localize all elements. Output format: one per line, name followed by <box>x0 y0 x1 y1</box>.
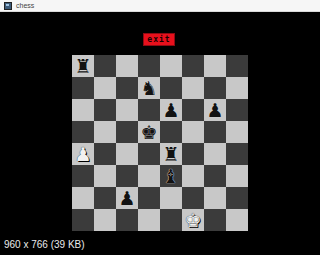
square-h3[interactable] <box>226 165 248 187</box>
square-c1[interactable] <box>116 209 138 231</box>
square-e2[interactable] <box>160 187 182 209</box>
square-a4[interactable]: ♟ <box>72 143 94 165</box>
square-c8[interactable] <box>116 55 138 77</box>
black-knight: ♞ <box>140 77 157 99</box>
square-d5[interactable]: ♚ <box>138 121 160 143</box>
black-pawn: ♟ <box>118 187 135 209</box>
square-d4[interactable] <box>138 143 160 165</box>
square-d3[interactable] <box>138 165 160 187</box>
square-a6[interactable] <box>72 99 94 121</box>
square-a8[interactable]: ♜ <box>72 55 94 77</box>
title-bar: chess <box>0 0 320 12</box>
square-b1[interactable] <box>94 209 116 231</box>
black-rook: ♜ <box>162 143 179 165</box>
square-e3[interactable]: ♝ <box>160 165 182 187</box>
square-c5[interactable] <box>116 121 138 143</box>
square-b6[interactable] <box>94 99 116 121</box>
square-h1[interactable] <box>226 209 248 231</box>
black-rook: ♜ <box>74 55 91 77</box>
square-b4[interactable] <box>94 143 116 165</box>
square-e6[interactable]: ♟ <box>160 99 182 121</box>
square-h4[interactable] <box>226 143 248 165</box>
square-c7[interactable] <box>116 77 138 99</box>
square-f3[interactable] <box>182 165 204 187</box>
square-g1[interactable] <box>204 209 226 231</box>
square-b5[interactable] <box>94 121 116 143</box>
square-a3[interactable] <box>72 165 94 187</box>
square-d1[interactable] <box>138 209 160 231</box>
square-f6[interactable] <box>182 99 204 121</box>
square-b8[interactable] <box>94 55 116 77</box>
square-h6[interactable] <box>226 99 248 121</box>
square-c6[interactable] <box>116 99 138 121</box>
status-bar-text: 960 x 766 (39 KB) <box>4 239 85 250</box>
square-d2[interactable] <box>138 187 160 209</box>
square-e8[interactable] <box>160 55 182 77</box>
white-pawn: ♟ <box>74 143 91 165</box>
white-king: ♚ <box>184 209 201 231</box>
chess-board: ♜♞♟♟♚♟♜♝♟♚ <box>72 55 248 231</box>
square-g8[interactable] <box>204 55 226 77</box>
square-b2[interactable] <box>94 187 116 209</box>
square-f1[interactable]: ♚ <box>182 209 204 231</box>
app-content: exit ♜♞♟♟♚♟♜♝♟♚ 960 x 766 (39 KB) <box>0 12 320 255</box>
black-pawn: ♟ <box>162 99 179 121</box>
square-d6[interactable] <box>138 99 160 121</box>
app-icon <box>4 2 12 10</box>
square-g3[interactable] <box>204 165 226 187</box>
square-b7[interactable] <box>94 77 116 99</box>
square-e5[interactable] <box>160 121 182 143</box>
square-c3[interactable] <box>116 165 138 187</box>
square-g6[interactable]: ♟ <box>204 99 226 121</box>
square-d7[interactable]: ♞ <box>138 77 160 99</box>
exit-button[interactable]: exit <box>143 33 175 46</box>
square-f7[interactable] <box>182 77 204 99</box>
square-f5[interactable] <box>182 121 204 143</box>
square-a2[interactable] <box>72 187 94 209</box>
square-f2[interactable] <box>182 187 204 209</box>
square-e4[interactable]: ♜ <box>160 143 182 165</box>
square-d8[interactable] <box>138 55 160 77</box>
window-title: chess <box>16 0 34 12</box>
square-c2[interactable]: ♟ <box>116 187 138 209</box>
square-f4[interactable] <box>182 143 204 165</box>
black-bishop: ♝ <box>162 165 179 187</box>
square-a1[interactable] <box>72 209 94 231</box>
square-h8[interactable] <box>226 55 248 77</box>
square-e7[interactable] <box>160 77 182 99</box>
square-a7[interactable] <box>72 77 94 99</box>
square-c4[interactable] <box>116 143 138 165</box>
square-f8[interactable] <box>182 55 204 77</box>
square-h7[interactable] <box>226 77 248 99</box>
square-a5[interactable] <box>72 121 94 143</box>
square-g5[interactable] <box>204 121 226 143</box>
square-e1[interactable] <box>160 209 182 231</box>
square-g4[interactable] <box>204 143 226 165</box>
black-king: ♚ <box>140 121 157 143</box>
square-b3[interactable] <box>94 165 116 187</box>
black-pawn: ♟ <box>206 99 223 121</box>
square-h2[interactable] <box>226 187 248 209</box>
square-g7[interactable] <box>204 77 226 99</box>
square-h5[interactable] <box>226 121 248 143</box>
square-g2[interactable] <box>204 187 226 209</box>
